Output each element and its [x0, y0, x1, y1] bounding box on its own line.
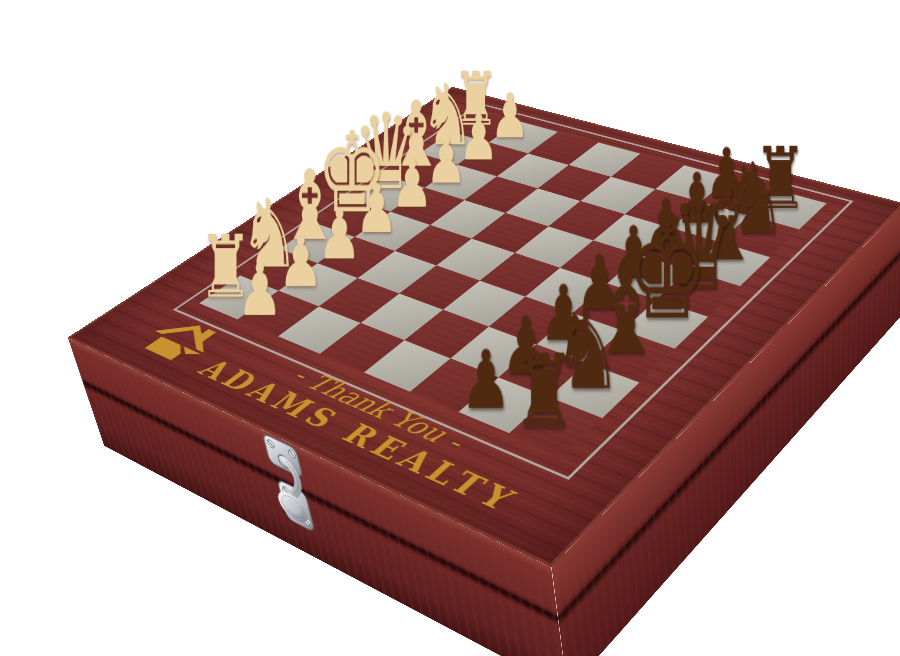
piece-white-pawn[interactable]: ♟: [237, 254, 283, 326]
piece-white-pawn[interactable]: ♟: [355, 175, 397, 242]
piece-black-rook[interactable]: ♜: [512, 341, 565, 442]
piece-white-pawn[interactable]: ♟: [318, 200, 361, 269]
piece-black-pawn[interactable]: ♟: [460, 340, 511, 421]
box-lid-top: ♜♟♟♜♞♟♟♞♝♟♟♝♛♟♟♛♚♟♟♚♝♟♟♝♞♟♟♞♜♟♟♜ - Thank…: [68, 87, 900, 567]
product-photo-scene: ♜♟♟♜♞♟♟♞♝♟♟♝♛♟♟♛♚♟♟♚♝♟♟♝♞♟♟♞♜♟♟♜ - Thank…: [0, 0, 900, 656]
piece-white-pawn[interactable]: ♟: [278, 227, 322, 297]
